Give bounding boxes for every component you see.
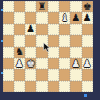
border-selection-dot (1, 40, 3, 42)
piece-white-bishop[interactable]: ♝ (60, 13, 69, 23)
border-selection-dot (1, 9, 3, 11)
square-a5[interactable] (3, 35, 14, 46)
border-selection-dot (84, 94, 87, 97)
square-f1[interactable] (59, 81, 70, 92)
square-f5[interactable] (59, 35, 70, 46)
square-e1[interactable] (48, 81, 59, 92)
square-f6[interactable] (59, 24, 70, 35)
square-b8[interactable] (14, 1, 25, 12)
square-f7[interactable]: ♝ (59, 12, 70, 23)
square-c8[interactable] (25, 1, 36, 12)
square-g3[interactable]: ♟ (70, 58, 81, 69)
square-b1[interactable] (14, 81, 25, 92)
square-h5[interactable] (82, 35, 93, 46)
square-g7[interactable]: ♟ (70, 12, 81, 23)
piece-black-rook[interactable]: ♜ (38, 2, 47, 12)
piece-black-pawn[interactable]: ♟ (71, 13, 80, 23)
square-h2[interactable] (82, 69, 93, 80)
square-c2[interactable] (25, 69, 36, 80)
square-h8[interactable]: ♚ (82, 1, 93, 12)
square-a6[interactable] (3, 24, 14, 35)
square-b7[interactable] (14, 12, 25, 23)
square-d8[interactable]: ♜ (36, 1, 47, 12)
square-h1[interactable] (82, 81, 93, 92)
square-a3[interactable] (3, 58, 14, 69)
square-g2[interactable] (70, 69, 81, 80)
square-d7[interactable] (36, 12, 47, 23)
square-g8[interactable] (70, 1, 81, 12)
square-e3[interactable] (48, 58, 59, 69)
piece-black-knight[interactable]: ♞ (15, 47, 24, 57)
square-e8[interactable] (48, 1, 59, 12)
square-c5[interactable] (25, 35, 36, 46)
piece-white-pawn[interactable]: ♟ (83, 59, 92, 69)
square-e7[interactable] (48, 12, 59, 23)
square-g5[interactable] (70, 35, 81, 46)
square-f3[interactable] (59, 58, 70, 69)
square-d3[interactable] (36, 58, 47, 69)
square-c4[interactable] (25, 47, 36, 58)
square-c3[interactable]: ♚ (25, 58, 36, 69)
piece-black-king[interactable]: ♚ (83, 2, 92, 12)
square-c6[interactable]: ♟ (25, 24, 36, 35)
square-g6[interactable] (70, 24, 81, 35)
square-g4[interactable] (70, 47, 81, 58)
square-d2[interactable] (36, 69, 47, 80)
square-a1[interactable] (3, 81, 14, 92)
square-c1[interactable] (25, 81, 36, 92)
square-e6[interactable] (48, 24, 59, 35)
square-h7[interactable]: ♟ (82, 12, 93, 23)
square-g1[interactable] (70, 81, 81, 92)
piece-white-pawn[interactable]: ♟ (15, 59, 24, 69)
square-d6[interactable] (36, 24, 47, 35)
square-b3[interactable]: ♟ (14, 58, 25, 69)
square-e2[interactable] (48, 69, 59, 80)
square-a2[interactable] (3, 69, 14, 80)
square-h3[interactable]: ♟ (82, 58, 93, 69)
square-b6[interactable] (14, 24, 25, 35)
mouse-cursor-icon (43, 42, 51, 53)
square-b2[interactable] (14, 69, 25, 80)
square-h4[interactable] (82, 47, 93, 58)
square-f2[interactable] (59, 69, 70, 80)
square-h6[interactable] (82, 24, 93, 35)
square-b5[interactable] (14, 35, 25, 46)
piece-black-pawn[interactable]: ♟ (26, 24, 35, 34)
piece-white-pawn[interactable]: ♟ (71, 59, 80, 69)
square-f4[interactable] (59, 47, 70, 58)
square-a8[interactable] (3, 1, 14, 12)
square-d1[interactable] (36, 81, 47, 92)
border-selection-dot (1, 72, 3, 75)
piece-white-king[interactable]: ♚ (26, 59, 35, 69)
square-f8[interactable] (59, 1, 70, 12)
square-a7[interactable] (3, 12, 14, 23)
square-b4[interactable]: ♞ (14, 47, 25, 58)
piece-black-pawn[interactable]: ♟ (83, 13, 92, 23)
square-a4[interactable] (3, 47, 14, 58)
chess-window: ♜♚♝♟♟♟♞♟♚♟♟ (0, 0, 100, 100)
